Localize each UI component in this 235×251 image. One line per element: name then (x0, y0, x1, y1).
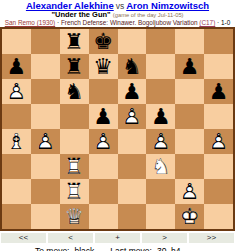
square-f8 (146, 29, 175, 54)
piece-white-pawn: ♟♙ (118, 104, 147, 129)
next-move-button[interactable]: > (142, 233, 187, 243)
piece-black-queen: ♛ (89, 54, 118, 79)
first-move-button[interactable]: << (1, 233, 46, 243)
separator: · (57, 19, 59, 26)
piece-white-pawn: ♟♙ (204, 129, 233, 154)
autoplay-button[interactable]: + (95, 233, 140, 243)
square-b4: ♟♙ (31, 129, 60, 154)
square-e8 (118, 29, 147, 54)
square-d4: ♟♙ (89, 129, 118, 154)
game-of-day-note: (game of the day Jul-11-05) (113, 12, 184, 18)
square-a8 (2, 29, 31, 54)
piece-black-knight: ♞ (118, 54, 147, 79)
piece-white-king: ♚♔ (175, 204, 204, 229)
square-e7: ♞ (118, 54, 147, 79)
game-result: 1-0 (221, 19, 230, 26)
square-a7: ♟ (2, 54, 31, 79)
square-a6: ♟♙ (2, 79, 31, 104)
piece-white-bishop: ♝♗ (2, 129, 31, 154)
last-move-label: Last move: (110, 246, 152, 251)
square-d6 (89, 79, 118, 104)
square-f2 (146, 179, 175, 204)
square-e5: ♟♙ (118, 104, 147, 129)
last-move-value: 30. h4 (157, 246, 181, 251)
square-g7: ♟ (175, 54, 204, 79)
square-c6: ♞ (60, 79, 89, 104)
square-g5 (175, 104, 204, 129)
square-b6 (31, 79, 60, 104)
opening-name: French Defense: Winawer. Bogoljubow Vari… (61, 19, 198, 26)
square-c7: ♜ (60, 54, 89, 79)
piece-white-pawn: ♟♙ (175, 179, 204, 204)
piece-white-knight: ♞♘ (146, 154, 175, 179)
square-f3: ♞♘ (146, 154, 175, 179)
square-c5 (60, 104, 89, 129)
square-f5: ♟ (146, 104, 175, 129)
square-e4 (118, 129, 147, 154)
black-player-link[interactable]: Aron Nimzowitsch (126, 0, 209, 11)
square-b1 (31, 204, 60, 229)
chess-board: ♜♚♟♜♛♞♟♟♙♞♟♟♟♟♙♟♝♗♟♙♟♙♟♙♟♙♜♖♞♘♜♖♟♙♛♕♚♔ (0, 27, 235, 231)
piece-black-rook: ♜ (60, 54, 89, 79)
to-move-label: To move: (35, 246, 70, 251)
game-viewer: Alexander AlekhinevsAron Nimzowitsch "Un… (0, 0, 235, 251)
square-c2: ♜♖ (60, 179, 89, 204)
square-a5 (2, 104, 31, 129)
separator: · (217, 19, 219, 26)
square-h2 (204, 179, 233, 204)
square-f1 (146, 204, 175, 229)
last-move-button[interactable]: >> (189, 233, 234, 243)
square-d2 (89, 179, 118, 204)
piece-black-knight: ♞ (60, 79, 89, 104)
vs-label: vs (114, 1, 127, 11)
piece-black-pawn: ♟ (2, 54, 31, 79)
piece-black-king: ♚ (89, 29, 118, 54)
game-title: "Under the Gun" (51, 10, 110, 19)
square-b2 (31, 179, 60, 204)
game-info-line: San Remo (1930) · French Defense: Winawe… (0, 19, 235, 27)
square-g2: ♟♙ (175, 179, 204, 204)
square-c3: ♜♖ (60, 154, 89, 179)
game-header: Alexander AlekhinevsAron Nimzowitsch "Un… (0, 0, 235, 27)
eco-code-link[interactable]: (C17) (199, 19, 215, 26)
square-e6: ♟ (118, 79, 147, 104)
square-a2 (2, 179, 31, 204)
square-d8: ♚ (89, 29, 118, 54)
square-d3 (89, 154, 118, 179)
piece-black-pawn: ♟ (175, 54, 204, 79)
event-link[interactable]: San Remo (1930) (5, 19, 55, 26)
square-h1 (204, 204, 233, 229)
square-f6 (146, 79, 175, 104)
piece-white-pawn: ♟♙ (2, 79, 31, 104)
piece-white-pawn: ♟♙ (146, 129, 175, 154)
move-controls: << < + > >> (0, 231, 235, 244)
square-a1 (2, 204, 31, 229)
piece-white-pawn: ♟♙ (89, 129, 118, 154)
prev-move-button[interactable]: < (48, 233, 93, 243)
square-a4: ♝♗ (2, 129, 31, 154)
to-move-value: black (75, 246, 95, 251)
square-c1: ♛♕ (60, 204, 89, 229)
square-d1 (89, 204, 118, 229)
status-bar: To move: black Last move: 30. h4 (0, 244, 235, 251)
square-g6 (175, 79, 204, 104)
square-h5 (204, 104, 233, 129)
square-g1: ♚♔ (175, 204, 204, 229)
square-f7 (146, 54, 175, 79)
square-g4 (175, 129, 204, 154)
game-title-line: "Under the Gun" (game of the day Jul-11-… (0, 11, 235, 19)
square-b7 (31, 54, 60, 79)
square-e3 (118, 154, 147, 179)
square-h8 (204, 29, 233, 54)
square-c4 (60, 129, 89, 154)
piece-white-pawn: ♟♙ (31, 129, 60, 154)
square-b3 (31, 154, 60, 179)
piece-black-pawn: ♟ (118, 79, 147, 104)
square-e2 (118, 179, 147, 204)
square-c8: ♜ (60, 29, 89, 54)
square-d5: ♟ (89, 104, 118, 129)
piece-black-rook: ♜ (60, 29, 89, 54)
piece-black-pawn: ♟ (204, 79, 233, 104)
piece-white-rook: ♜♖ (60, 179, 89, 204)
piece-white-queen: ♛♕ (60, 204, 89, 229)
square-f4: ♟♙ (146, 129, 175, 154)
square-h6: ♟ (204, 79, 233, 104)
square-a3 (2, 154, 31, 179)
square-h4: ♟♙ (204, 129, 233, 154)
piece-white-rook: ♜♖ (60, 154, 89, 179)
square-b5 (31, 104, 60, 129)
square-g3 (175, 154, 204, 179)
players-line: Alexander AlekhinevsAron Nimzowitsch (0, 1, 235, 11)
square-g8 (175, 29, 204, 54)
square-h7 (204, 54, 233, 79)
square-e1 (118, 204, 147, 229)
square-b8 (31, 29, 60, 54)
piece-black-pawn: ♟ (146, 104, 175, 129)
square-h3 (204, 154, 233, 179)
square-d7: ♛ (89, 54, 118, 79)
piece-black-pawn: ♟ (89, 104, 118, 129)
